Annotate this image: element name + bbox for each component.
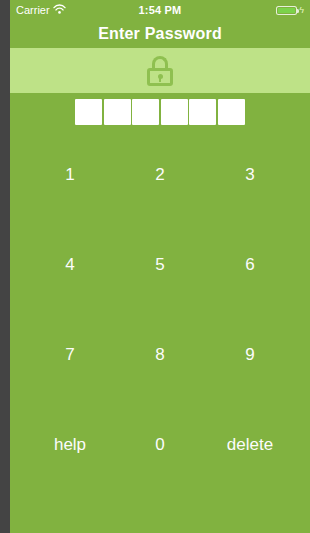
password-box-6 (218, 99, 245, 125)
lock-body (147, 68, 173, 86)
key-help[interactable]: help (25, 400, 115, 490)
key-4[interactable]: 4 (25, 220, 115, 310)
charging-bolt-icon: ϟ (299, 6, 304, 15)
key-3[interactable]: 3 (205, 130, 295, 220)
key-9[interactable]: 9 (205, 310, 295, 400)
carrier-label: Carrier (16, 4, 50, 16)
enter-password-screen: Carrier 1:54 PM ϟ Enter Password (10, 0, 310, 533)
status-right: ϟ (276, 6, 304, 15)
password-box-2 (104, 99, 131, 125)
password-boxes (10, 99, 310, 125)
battery-icon (276, 6, 297, 15)
keypad: 123456789help0delete (25, 130, 295, 490)
password-box-5 (189, 99, 216, 125)
status-left: Carrier (16, 4, 66, 16)
key-0[interactable]: 0 (115, 400, 205, 490)
key-1[interactable]: 1 (25, 130, 115, 220)
password-box-3 (132, 99, 159, 125)
key-7[interactable]: 7 (25, 310, 115, 400)
key-2[interactable]: 2 (115, 130, 205, 220)
key-5[interactable]: 5 (115, 220, 205, 310)
password-box-1 (75, 99, 102, 125)
password-box-4 (161, 99, 188, 125)
wifi-icon (53, 4, 66, 16)
key-6[interactable]: 6 (205, 220, 295, 310)
status-bar: Carrier 1:54 PM ϟ (10, 0, 310, 20)
lock-banner (10, 48, 310, 93)
key-8[interactable]: 8 (115, 310, 205, 400)
lock-icon (147, 56, 173, 86)
nav-bar: Enter Password (10, 20, 310, 48)
lock-keyhole (158, 74, 163, 79)
key-delete[interactable]: delete (205, 400, 295, 490)
page-title: Enter Password (98, 25, 222, 43)
